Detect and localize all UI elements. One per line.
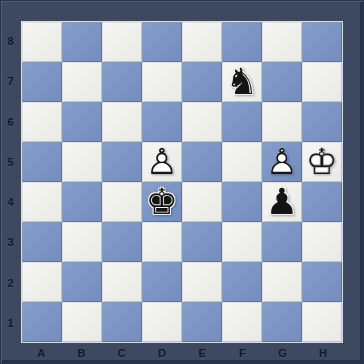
square-c3[interactable] bbox=[102, 222, 142, 262]
square-g2[interactable] bbox=[262, 262, 302, 302]
file-label-e: E bbox=[182, 343, 222, 362]
white-pawn-outline-glyph: ♙ bbox=[262, 142, 302, 182]
square-a8[interactable] bbox=[22, 22, 62, 62]
square-h3[interactable] bbox=[302, 222, 342, 262]
square-h4[interactable] bbox=[302, 182, 342, 222]
square-c6[interactable] bbox=[102, 102, 142, 142]
square-c5[interactable] bbox=[102, 142, 142, 182]
square-a2[interactable] bbox=[22, 262, 62, 302]
rank-label-8: 8 bbox=[0, 21, 21, 61]
black-knight-glyph: ♞ bbox=[222, 62, 262, 102]
white-king-outline-glyph: ♔ bbox=[302, 142, 342, 182]
square-c1[interactable] bbox=[102, 302, 142, 342]
square-g4[interactable]: ♟ bbox=[262, 182, 302, 222]
file-label-h: H bbox=[303, 343, 343, 362]
square-a6[interactable] bbox=[22, 102, 62, 142]
square-b2[interactable] bbox=[62, 262, 102, 302]
square-a3[interactable] bbox=[22, 222, 62, 262]
file-label-a: A bbox=[21, 343, 61, 362]
black-king-glyph: ♚ bbox=[142, 182, 182, 222]
square-d8[interactable] bbox=[142, 22, 182, 62]
piece-black-pawn[interactable]: ♟ bbox=[262, 182, 302, 222]
piece-white-king[interactable]: ♚♔ bbox=[302, 142, 342, 182]
square-f5[interactable] bbox=[222, 142, 262, 182]
rank-label-5: 5 bbox=[0, 142, 21, 182]
square-g6[interactable] bbox=[262, 102, 302, 142]
square-g8[interactable] bbox=[262, 22, 302, 62]
square-h5[interactable]: ♚♔ bbox=[302, 142, 342, 182]
square-f2[interactable] bbox=[222, 262, 262, 302]
file-label-c: C bbox=[102, 343, 142, 362]
rank-label-6: 6 bbox=[0, 102, 21, 142]
square-h1[interactable] bbox=[302, 302, 342, 342]
chess-diagram-frame: 87654321 ♞♟♙♟♙♚♔♚♟ ABCDEFGH bbox=[0, 0, 364, 364]
square-e5[interactable] bbox=[182, 142, 222, 182]
square-g7[interactable] bbox=[262, 62, 302, 102]
rank-label-3: 3 bbox=[0, 222, 21, 262]
chess-board: ♞♟♙♟♙♚♔♚♟ bbox=[21, 21, 343, 343]
square-b8[interactable] bbox=[62, 22, 102, 62]
square-e6[interactable] bbox=[182, 102, 222, 142]
piece-white-pawn[interactable]: ♟♙ bbox=[142, 142, 182, 182]
square-c7[interactable] bbox=[102, 62, 142, 102]
square-b3[interactable] bbox=[62, 222, 102, 262]
square-e1[interactable] bbox=[182, 302, 222, 342]
square-b1[interactable] bbox=[62, 302, 102, 342]
rank-labels: 87654321 bbox=[0, 21, 21, 343]
white-pawn-outline-glyph: ♙ bbox=[142, 142, 182, 182]
square-a7[interactable] bbox=[22, 62, 62, 102]
square-e2[interactable] bbox=[182, 262, 222, 302]
piece-white-pawn[interactable]: ♟♙ bbox=[262, 142, 302, 182]
square-f6[interactable] bbox=[222, 102, 262, 142]
square-a4[interactable] bbox=[22, 182, 62, 222]
square-b6[interactable] bbox=[62, 102, 102, 142]
square-h2[interactable] bbox=[302, 262, 342, 302]
piece-black-king[interactable]: ♚ bbox=[142, 182, 182, 222]
square-e4[interactable] bbox=[182, 182, 222, 222]
square-a1[interactable] bbox=[22, 302, 62, 342]
rank-label-2: 2 bbox=[0, 263, 21, 303]
square-d4[interactable]: ♚ bbox=[142, 182, 182, 222]
square-d1[interactable] bbox=[142, 302, 182, 342]
square-c8[interactable] bbox=[102, 22, 142, 62]
square-b4[interactable] bbox=[62, 182, 102, 222]
square-d3[interactable] bbox=[142, 222, 182, 262]
rank-label-1: 1 bbox=[0, 303, 21, 343]
file-labels: ABCDEFGH bbox=[21, 343, 343, 362]
square-g3[interactable] bbox=[262, 222, 302, 262]
square-b7[interactable] bbox=[62, 62, 102, 102]
square-f3[interactable] bbox=[222, 222, 262, 262]
file-label-f: F bbox=[222, 343, 262, 362]
file-label-g: G bbox=[263, 343, 303, 362]
square-b5[interactable] bbox=[62, 142, 102, 182]
square-h6[interactable] bbox=[302, 102, 342, 142]
rank-label-7: 7 bbox=[0, 61, 21, 101]
square-g5[interactable]: ♟♙ bbox=[262, 142, 302, 182]
piece-black-knight[interactable]: ♞ bbox=[222, 62, 262, 102]
square-d5[interactable]: ♟♙ bbox=[142, 142, 182, 182]
square-f7[interactable]: ♞ bbox=[222, 62, 262, 102]
square-f8[interactable] bbox=[222, 22, 262, 62]
square-f1[interactable] bbox=[222, 302, 262, 342]
square-e3[interactable] bbox=[182, 222, 222, 262]
square-e7[interactable] bbox=[182, 62, 222, 102]
square-c4[interactable] bbox=[102, 182, 142, 222]
square-h8[interactable] bbox=[302, 22, 342, 62]
square-h7[interactable] bbox=[302, 62, 342, 102]
square-g1[interactable] bbox=[262, 302, 302, 342]
square-a5[interactable] bbox=[22, 142, 62, 182]
rank-label-4: 4 bbox=[0, 182, 21, 222]
file-label-d: D bbox=[142, 343, 182, 362]
square-d6[interactable] bbox=[142, 102, 182, 142]
square-e8[interactable] bbox=[182, 22, 222, 62]
square-c2[interactable] bbox=[102, 262, 142, 302]
square-d7[interactable] bbox=[142, 62, 182, 102]
file-label-b: B bbox=[61, 343, 101, 362]
square-d2[interactable] bbox=[142, 262, 182, 302]
square-f4[interactable] bbox=[222, 182, 262, 222]
black-pawn-glyph: ♟ bbox=[262, 182, 302, 222]
